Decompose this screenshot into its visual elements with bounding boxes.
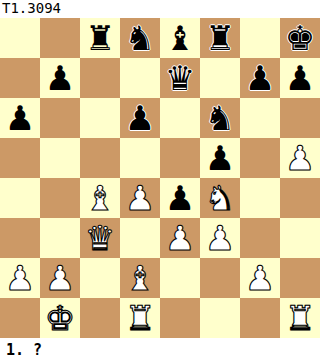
black-bishop-piece: ♝	[160, 18, 200, 58]
white-pawn-piece: ♟	[160, 218, 200, 258]
square-h3[interactable]	[280, 218, 320, 258]
square-h7[interactable]: ♟	[280, 58, 320, 98]
white-knight-piece: ♞	[200, 178, 240, 218]
square-a1[interactable]	[0, 298, 40, 338]
square-f2[interactable]	[200, 258, 240, 298]
white-pawn-piece: ♟	[200, 218, 240, 258]
square-f3[interactable]: ♟	[200, 218, 240, 258]
square-e3[interactable]: ♟	[160, 218, 200, 258]
black-knight-piece: ♞	[200, 98, 240, 138]
square-c2[interactable]	[80, 258, 120, 298]
square-d4[interactable]: ♟	[120, 178, 160, 218]
square-b5[interactable]	[40, 138, 80, 178]
square-e1[interactable]	[160, 298, 200, 338]
black-rook-piece: ♜	[200, 18, 240, 58]
square-g5[interactable]	[240, 138, 280, 178]
square-a6[interactable]: ♟	[0, 98, 40, 138]
square-g3[interactable]	[240, 218, 280, 258]
square-g1[interactable]	[240, 298, 280, 338]
black-knight-piece: ♞	[120, 18, 160, 58]
white-bishop-piece: ♝	[80, 178, 120, 218]
square-c6[interactable]	[80, 98, 120, 138]
square-h2[interactable]	[280, 258, 320, 298]
square-f6[interactable]: ♞	[200, 98, 240, 138]
white-king-piece: ♚	[40, 298, 80, 338]
square-b7[interactable]: ♟	[40, 58, 80, 98]
square-a3[interactable]	[0, 218, 40, 258]
square-d2[interactable]: ♝	[120, 258, 160, 298]
square-e4[interactable]: ♟	[160, 178, 200, 218]
white-pawn-piece: ♟	[0, 258, 40, 298]
black-rook-piece: ♜	[80, 18, 120, 58]
square-b4[interactable]	[40, 178, 80, 218]
black-pawn-piece: ♟	[280, 58, 320, 98]
black-pawn-piece: ♟	[0, 98, 40, 138]
white-queen-piece: ♛	[80, 218, 120, 258]
square-h1[interactable]: ♜	[280, 298, 320, 338]
black-pawn-piece: ♟	[240, 58, 280, 98]
move-prompt: 1. ?	[0, 338, 320, 360]
black-pawn-piece: ♟	[40, 58, 80, 98]
black-queen-piece: ♛	[160, 58, 200, 98]
square-f4[interactable]: ♞	[200, 178, 240, 218]
square-b3[interactable]	[40, 218, 80, 258]
square-g2[interactable]: ♟	[240, 258, 280, 298]
square-b8[interactable]	[40, 18, 80, 58]
square-h6[interactable]	[280, 98, 320, 138]
white-pawn-piece: ♟	[40, 258, 80, 298]
square-a7[interactable]	[0, 58, 40, 98]
square-h8[interactable]: ♚	[280, 18, 320, 58]
square-e7[interactable]: ♛	[160, 58, 200, 98]
square-c3[interactable]: ♛	[80, 218, 120, 258]
black-pawn-piece: ♟	[200, 138, 240, 178]
white-pawn-piece: ♟	[240, 258, 280, 298]
square-a8[interactable]	[0, 18, 40, 58]
white-pawn-piece: ♟	[120, 178, 160, 218]
square-b1[interactable]: ♚	[40, 298, 80, 338]
white-bishop-piece: ♝	[120, 258, 160, 298]
white-pawn-piece: ♟	[280, 138, 320, 178]
black-pawn-piece: ♟	[120, 98, 160, 138]
square-e2[interactable]	[160, 258, 200, 298]
square-c7[interactable]	[80, 58, 120, 98]
white-rook-piece: ♜	[120, 298, 160, 338]
square-d6[interactable]: ♟	[120, 98, 160, 138]
square-e6[interactable]	[160, 98, 200, 138]
chess-board: ♜♞♝♜♚♟♛♟♟♟♟♞♟♟♝♟♟♞♛♟♟♟♟♝♟♚♜♜	[0, 18, 320, 338]
square-e5[interactable]	[160, 138, 200, 178]
square-c1[interactable]	[80, 298, 120, 338]
square-a5[interactable]	[0, 138, 40, 178]
square-f7[interactable]	[200, 58, 240, 98]
square-g4[interactable]	[240, 178, 280, 218]
black-king-piece: ♚	[280, 18, 320, 58]
square-h4[interactable]	[280, 178, 320, 218]
square-b6[interactable]	[40, 98, 80, 138]
square-b2[interactable]: ♟	[40, 258, 80, 298]
square-d7[interactable]	[120, 58, 160, 98]
square-f1[interactable]	[200, 298, 240, 338]
black-pawn-piece: ♟	[160, 178, 200, 218]
white-rook-piece: ♜	[280, 298, 320, 338]
puzzle-title: T1.3094	[0, 0, 320, 18]
square-d5[interactable]	[120, 138, 160, 178]
square-g7[interactable]: ♟	[240, 58, 280, 98]
square-g6[interactable]	[240, 98, 280, 138]
square-e8[interactable]: ♝	[160, 18, 200, 58]
square-f8[interactable]: ♜	[200, 18, 240, 58]
square-d1[interactable]: ♜	[120, 298, 160, 338]
square-d8[interactable]: ♞	[120, 18, 160, 58]
square-c8[interactable]: ♜	[80, 18, 120, 58]
square-d3[interactable]	[120, 218, 160, 258]
square-c5[interactable]	[80, 138, 120, 178]
square-c4[interactable]: ♝	[80, 178, 120, 218]
square-a2[interactable]: ♟	[0, 258, 40, 298]
square-f5[interactable]: ♟	[200, 138, 240, 178]
square-h5[interactable]: ♟	[280, 138, 320, 178]
square-a4[interactable]	[0, 178, 40, 218]
square-g8[interactable]	[240, 18, 280, 58]
